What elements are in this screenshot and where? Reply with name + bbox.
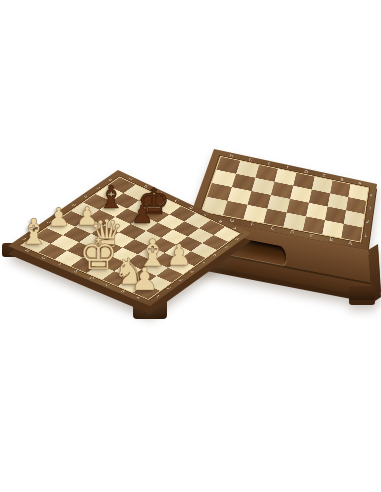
box-rank-label: 4 bbox=[369, 193, 372, 197]
box-file-label: F bbox=[267, 162, 271, 166]
board-square bbox=[322, 220, 343, 238]
file-label: A bbox=[232, 227, 238, 230]
box-foot bbox=[349, 286, 375, 300]
rank-label: 2 bbox=[166, 287, 172, 290]
white-pawn[interactable]: ♟ bbox=[131, 264, 159, 295]
scene: HHGGFFEEDDCCBBAA4321 HHGGFFEEDDCCBBAA887… bbox=[0, 0, 381, 492]
board-square bbox=[341, 224, 362, 242]
box-rank-label: 3 bbox=[368, 206, 372, 210]
white-pawn[interactable]: ♟ bbox=[166, 242, 192, 271]
box-file-label: B bbox=[329, 237, 333, 241]
box-rank-label: 2 bbox=[366, 219, 370, 223]
white-pawn[interactable]: ♟ bbox=[47, 205, 70, 231]
file-label: C bbox=[104, 283, 110, 286]
box-file-label: E bbox=[270, 226, 274, 230]
box-rank-label: 1 bbox=[364, 233, 368, 237]
file-label: C bbox=[203, 213, 209, 216]
rank-label: 7 bbox=[223, 246, 228, 249]
black-bishop[interactable]: ♝ bbox=[97, 182, 125, 213]
file-label: G bbox=[40, 256, 47, 260]
box-file-label: G bbox=[229, 218, 234, 223]
white-bishop[interactable]: ♝ bbox=[18, 214, 49, 249]
box-file-label: A bbox=[348, 241, 352, 245]
file-label: D bbox=[188, 206, 194, 210]
file-label: F bbox=[57, 263, 63, 266]
box-file-label: D bbox=[304, 170, 308, 174]
white-king[interactable]: ♚ bbox=[79, 233, 118, 276]
box-file-label: A bbox=[358, 181, 362, 185]
black-pawn[interactable]: ♟ bbox=[131, 202, 154, 227]
rank-label: 6 bbox=[83, 195, 89, 198]
box-file-label: B bbox=[340, 178, 344, 182]
box-file-label: F bbox=[250, 222, 254, 226]
rank-label: 3 bbox=[178, 278, 183, 281]
box-file-label: C bbox=[322, 174, 326, 178]
file-label: E bbox=[173, 199, 179, 202]
box-file-label: D bbox=[290, 230, 295, 235]
box-file-label: C bbox=[310, 233, 314, 238]
rank-label: 8 bbox=[234, 238, 239, 241]
rank-label: 5 bbox=[201, 262, 206, 265]
rank-label: 6 bbox=[212, 254, 217, 257]
box-file-label: E bbox=[286, 166, 290, 170]
file-label: B bbox=[218, 220, 224, 223]
box-file-label: G bbox=[248, 158, 253, 162]
box-file-label: H bbox=[229, 154, 234, 158]
